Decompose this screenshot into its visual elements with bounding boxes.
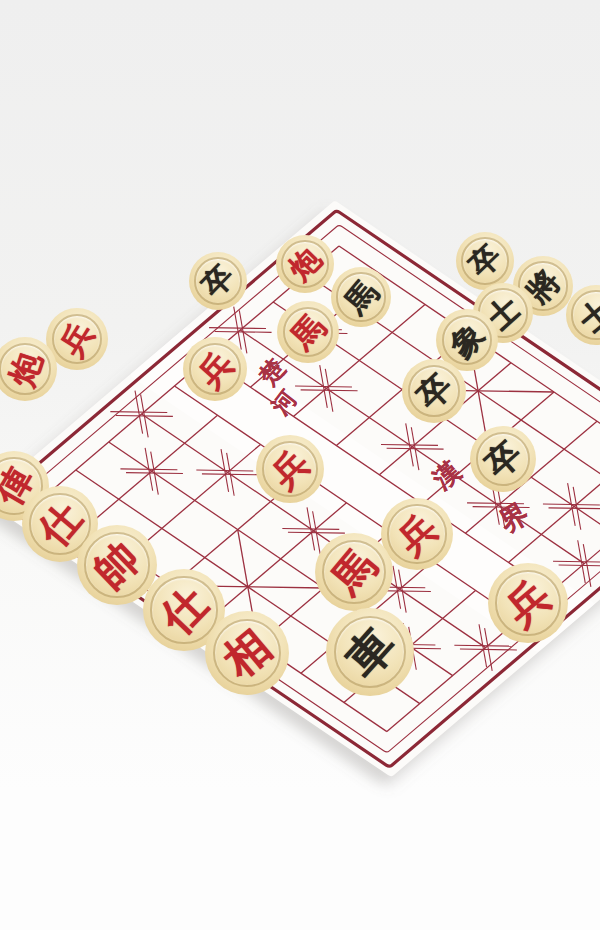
piece-black-soldier[interactable]: 卒 (470, 426, 536, 492)
piece-red-horse[interactable]: 馬 (315, 533, 393, 611)
piece-black-chariot[interactable]: 車 (326, 608, 414, 696)
piece-red-elephant[interactable]: 相 (205, 611, 289, 695)
product-photo-scene: 楚河漢界 炮馬兵炮兵兵俥仕帥仕相馬兵兵卒馬卒將士象卒卒士車 (0, 0, 600, 930)
piece-red-cannon[interactable]: 炮 (0, 337, 57, 401)
piece-red-soldier[interactable]: 兵 (256, 435, 324, 503)
piece-red-horse[interactable]: 馬 (277, 301, 339, 363)
piece-red-soldier[interactable]: 兵 (488, 563, 568, 643)
piece-red-soldier[interactable]: 兵 (183, 337, 247, 401)
piece-black-horse[interactable]: 馬 (331, 267, 391, 327)
piece-black-soldier[interactable]: 卒 (402, 359, 466, 423)
piece-black-soldier[interactable]: 卒 (189, 252, 247, 310)
piece-red-cannon[interactable]: 炮 (276, 235, 334, 293)
